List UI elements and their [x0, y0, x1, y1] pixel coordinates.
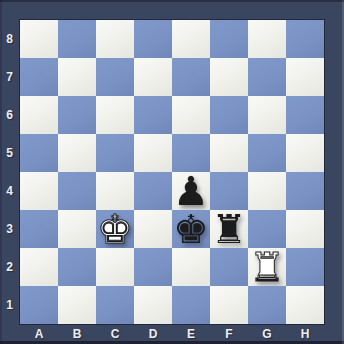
file-label-e: E	[172, 324, 210, 344]
square-f1[interactable]	[210, 286, 248, 324]
square-a6[interactable]	[20, 96, 58, 134]
square-e5[interactable]	[172, 134, 210, 172]
square-h5[interactable]	[286, 134, 324, 172]
black-king[interactable]: ♚	[173, 210, 209, 248]
square-f8[interactable]	[210, 20, 248, 58]
black-pawn[interactable]: ♟	[173, 172, 209, 210]
square-c6[interactable]	[96, 96, 134, 134]
file-label-c: C	[96, 324, 134, 344]
square-e4[interactable]: ♟	[172, 172, 210, 210]
square-e2[interactable]	[172, 248, 210, 286]
square-g4[interactable]	[248, 172, 286, 210]
square-f4[interactable]	[210, 172, 248, 210]
square-g2[interactable]: ♜	[248, 248, 286, 286]
square-d5[interactable]	[134, 134, 172, 172]
square-a1[interactable]	[20, 286, 58, 324]
square-c8[interactable]	[96, 20, 134, 58]
square-b5[interactable]	[58, 134, 96, 172]
black-rook[interactable]: ♜	[211, 210, 247, 248]
square-e3[interactable]: ♚	[172, 210, 210, 248]
white-rook[interactable]: ♜	[249, 248, 285, 286]
square-g5[interactable]	[248, 134, 286, 172]
square-a8[interactable]	[20, 20, 58, 58]
square-f7[interactable]	[210, 58, 248, 96]
rank-label-7: 7	[0, 58, 19, 96]
square-c5[interactable]	[96, 134, 134, 172]
square-b1[interactable]	[58, 286, 96, 324]
rank-label-2: 2	[0, 248, 19, 286]
square-g3[interactable]	[248, 210, 286, 248]
square-f3[interactable]: ♜	[210, 210, 248, 248]
file-label-f: F	[210, 324, 248, 344]
square-c3[interactable]: ♚	[96, 210, 134, 248]
square-b2[interactable]	[58, 248, 96, 286]
square-h6[interactable]	[286, 96, 324, 134]
rank-label-4: 4	[0, 172, 19, 210]
file-label-a: A	[20, 324, 58, 344]
square-c7[interactable]	[96, 58, 134, 96]
chess-board: ♟♚♚♜♜	[20, 20, 324, 324]
square-f5[interactable]	[210, 134, 248, 172]
square-b4[interactable]	[58, 172, 96, 210]
square-b6[interactable]	[58, 96, 96, 134]
rank-label-5: 5	[0, 134, 19, 172]
rank-label-8: 8	[0, 20, 19, 58]
square-h3[interactable]	[286, 210, 324, 248]
square-d3[interactable]	[134, 210, 172, 248]
square-f2[interactable]	[210, 248, 248, 286]
square-b3[interactable]	[58, 210, 96, 248]
rank-labels: 87654321	[0, 20, 19, 324]
file-label-b: B	[58, 324, 96, 344]
square-a7[interactable]	[20, 58, 58, 96]
file-label-g: G	[248, 324, 286, 344]
square-a4[interactable]	[20, 172, 58, 210]
square-h1[interactable]	[286, 286, 324, 324]
square-e8[interactable]	[172, 20, 210, 58]
square-a3[interactable]	[20, 210, 58, 248]
square-h8[interactable]	[286, 20, 324, 58]
square-d7[interactable]	[134, 58, 172, 96]
square-g7[interactable]	[248, 58, 286, 96]
square-e1[interactable]	[172, 286, 210, 324]
square-d1[interactable]	[134, 286, 172, 324]
square-d8[interactable]	[134, 20, 172, 58]
white-king[interactable]: ♚	[97, 210, 133, 248]
square-c1[interactable]	[96, 286, 134, 324]
square-h7[interactable]	[286, 58, 324, 96]
square-h2[interactable]	[286, 248, 324, 286]
square-b7[interactable]	[58, 58, 96, 96]
square-d4[interactable]	[134, 172, 172, 210]
square-c4[interactable]	[96, 172, 134, 210]
square-g1[interactable]	[248, 286, 286, 324]
square-f6[interactable]	[210, 96, 248, 134]
square-g8[interactable]	[248, 20, 286, 58]
square-e6[interactable]	[172, 96, 210, 134]
square-d2[interactable]	[134, 248, 172, 286]
rank-label-1: 1	[0, 286, 19, 324]
square-b8[interactable]	[58, 20, 96, 58]
square-d6[interactable]	[134, 96, 172, 134]
chess-diagram: 87654321 ♟♚♚♜♜ ABCDEFGH	[0, 0, 344, 344]
square-e7[interactable]	[172, 58, 210, 96]
square-g6[interactable]	[248, 96, 286, 134]
file-labels: ABCDEFGH	[20, 324, 324, 344]
rank-label-3: 3	[0, 210, 19, 248]
rank-label-6: 6	[0, 96, 19, 134]
square-c2[interactable]	[96, 248, 134, 286]
file-label-d: D	[134, 324, 172, 344]
square-h4[interactable]	[286, 172, 324, 210]
square-a2[interactable]	[20, 248, 58, 286]
file-label-h: H	[286, 324, 324, 344]
square-a5[interactable]	[20, 134, 58, 172]
